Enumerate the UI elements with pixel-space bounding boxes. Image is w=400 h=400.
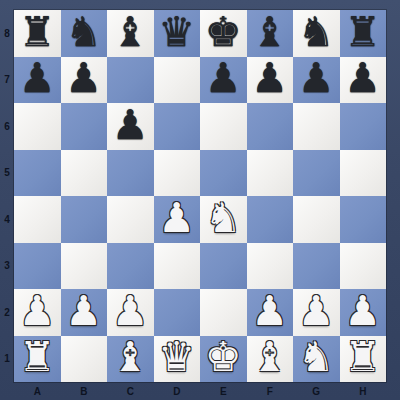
square-c5[interactable] bbox=[107, 150, 154, 197]
square-h7[interactable]: ♟ bbox=[340, 57, 387, 104]
square-g3[interactable] bbox=[293, 243, 340, 290]
rank-label-7: 7 bbox=[0, 57, 14, 104]
square-f2[interactable]: ♟ bbox=[247, 289, 294, 336]
piece-white-pawn[interactable]: ♟ bbox=[112, 291, 149, 332]
piece-black-bishop[interactable]: ♝ bbox=[251, 12, 288, 53]
square-f4[interactable] bbox=[247, 196, 294, 243]
piece-white-pawn[interactable]: ♟ bbox=[65, 291, 102, 332]
square-e4[interactable]: ♞ bbox=[200, 196, 247, 243]
square-h2[interactable]: ♟ bbox=[340, 289, 387, 336]
square-a8[interactable]: ♜ bbox=[14, 10, 61, 57]
piece-white-pawn[interactable]: ♟ bbox=[344, 291, 381, 332]
file-coordinates: ABCDEFGH bbox=[14, 383, 386, 399]
square-b4[interactable] bbox=[61, 196, 108, 243]
square-a3[interactable] bbox=[14, 243, 61, 290]
piece-black-pawn[interactable]: ♟ bbox=[19, 58, 56, 99]
square-a7[interactable]: ♟ bbox=[14, 57, 61, 104]
square-g6[interactable] bbox=[293, 103, 340, 150]
rank-label-6: 6 bbox=[0, 103, 14, 150]
piece-black-pawn[interactable]: ♟ bbox=[298, 58, 335, 99]
square-b8[interactable]: ♞ bbox=[61, 10, 108, 57]
square-b2[interactable]: ♟ bbox=[61, 289, 108, 336]
file-label-d: D bbox=[154, 383, 201, 399]
square-g2[interactable]: ♟ bbox=[293, 289, 340, 336]
piece-black-pawn[interactable]: ♟ bbox=[65, 58, 102, 99]
square-c6[interactable]: ♟ bbox=[107, 103, 154, 150]
square-f8[interactable]: ♝ bbox=[247, 10, 294, 57]
rank-coordinates: 87654321 bbox=[0, 10, 14, 382]
square-b5[interactable] bbox=[61, 150, 108, 197]
square-d5[interactable] bbox=[154, 150, 201, 197]
rank-label-2: 2 bbox=[0, 289, 14, 336]
square-d1[interactable]: ♛ bbox=[154, 336, 201, 383]
square-c7[interactable] bbox=[107, 57, 154, 104]
piece-black-rook[interactable]: ♜ bbox=[344, 12, 381, 53]
square-d6[interactable] bbox=[154, 103, 201, 150]
square-c4[interactable] bbox=[107, 196, 154, 243]
piece-black-bishop[interactable]: ♝ bbox=[112, 12, 149, 53]
square-e5[interactable] bbox=[200, 150, 247, 197]
piece-white-queen[interactable]: ♛ bbox=[158, 337, 195, 378]
square-h6[interactable] bbox=[340, 103, 387, 150]
square-f5[interactable] bbox=[247, 150, 294, 197]
square-c3[interactable] bbox=[107, 243, 154, 290]
square-d7[interactable] bbox=[154, 57, 201, 104]
file-label-h: H bbox=[340, 383, 387, 399]
square-c1[interactable]: ♝ bbox=[107, 336, 154, 383]
square-d2[interactable] bbox=[154, 289, 201, 336]
piece-white-knight[interactable]: ♞ bbox=[298, 337, 335, 378]
square-a5[interactable] bbox=[14, 150, 61, 197]
piece-black-knight[interactable]: ♞ bbox=[65, 12, 102, 53]
file-label-g: G bbox=[293, 383, 340, 399]
square-f1[interactable]: ♝ bbox=[247, 336, 294, 383]
piece-white-rook[interactable]: ♜ bbox=[19, 337, 56, 378]
square-e8[interactable]: ♚ bbox=[200, 10, 247, 57]
square-h1[interactable]: ♜ bbox=[340, 336, 387, 383]
square-g5[interactable] bbox=[293, 150, 340, 197]
piece-white-rook[interactable]: ♜ bbox=[344, 337, 381, 378]
square-c2[interactable]: ♟ bbox=[107, 289, 154, 336]
chess-board: ♜♞♝♛♚♝♞♜♟♟♟♟♟♟♟♟♞♟♟♟♟♟♟♜♝♛♚♝♞♜ bbox=[14, 10, 386, 382]
piece-black-pawn[interactable]: ♟ bbox=[205, 58, 242, 99]
rank-label-1: 1 bbox=[0, 336, 14, 383]
piece-white-pawn[interactable]: ♟ bbox=[19, 291, 56, 332]
piece-white-king[interactable]: ♚ bbox=[205, 337, 242, 378]
square-g7[interactable]: ♟ bbox=[293, 57, 340, 104]
piece-black-knight[interactable]: ♞ bbox=[298, 12, 335, 53]
square-a1[interactable]: ♜ bbox=[14, 336, 61, 383]
piece-white-pawn[interactable]: ♟ bbox=[251, 291, 288, 332]
file-label-f: F bbox=[247, 383, 294, 399]
square-d3[interactable] bbox=[154, 243, 201, 290]
square-g8[interactable]: ♞ bbox=[293, 10, 340, 57]
square-e7[interactable]: ♟ bbox=[200, 57, 247, 104]
square-b6[interactable] bbox=[61, 103, 108, 150]
square-e3[interactable] bbox=[200, 243, 247, 290]
square-a6[interactable] bbox=[14, 103, 61, 150]
square-d8[interactable]: ♛ bbox=[154, 10, 201, 57]
square-h8[interactable]: ♜ bbox=[340, 10, 387, 57]
piece-white-knight[interactable]: ♞ bbox=[205, 198, 242, 239]
square-e1[interactable]: ♚ bbox=[200, 336, 247, 383]
square-c8[interactable]: ♝ bbox=[107, 10, 154, 57]
piece-white-pawn[interactable]: ♟ bbox=[158, 198, 195, 239]
piece-white-pawn[interactable]: ♟ bbox=[298, 291, 335, 332]
file-label-c: C bbox=[107, 383, 154, 399]
square-f6[interactable] bbox=[247, 103, 294, 150]
rank-label-3: 3 bbox=[0, 243, 14, 290]
rank-label-5: 5 bbox=[0, 150, 14, 197]
piece-black-pawn[interactable]: ♟ bbox=[251, 58, 288, 99]
square-b1[interactable] bbox=[61, 336, 108, 383]
square-f3[interactable] bbox=[247, 243, 294, 290]
piece-white-bishop[interactable]: ♝ bbox=[251, 337, 288, 378]
square-e2[interactable] bbox=[200, 289, 247, 336]
file-label-b: B bbox=[61, 383, 108, 399]
square-h5[interactable] bbox=[340, 150, 387, 197]
rank-label-8: 8 bbox=[0, 10, 14, 57]
square-h4[interactable] bbox=[340, 196, 387, 243]
rank-label-4: 4 bbox=[0, 196, 14, 243]
piece-white-bishop[interactable]: ♝ bbox=[112, 337, 149, 378]
piece-black-pawn[interactable]: ♟ bbox=[112, 105, 149, 146]
square-g4[interactable] bbox=[293, 196, 340, 243]
square-b7[interactable]: ♟ bbox=[61, 57, 108, 104]
file-label-a: A bbox=[14, 383, 61, 399]
file-label-e: E bbox=[200, 383, 247, 399]
piece-black-rook[interactable]: ♜ bbox=[19, 12, 56, 53]
square-f7[interactable]: ♟ bbox=[247, 57, 294, 104]
square-h3[interactable] bbox=[340, 243, 387, 290]
chess-board-frame: 87654321 ♜♞♝♛♚♝♞♜♟♟♟♟♟♟♟♟♞♟♟♟♟♟♟♜♝♛♚♝♞♜ … bbox=[0, 0, 400, 400]
square-d4[interactable]: ♟ bbox=[154, 196, 201, 243]
piece-black-queen[interactable]: ♛ bbox=[158, 12, 195, 53]
square-b3[interactable] bbox=[61, 243, 108, 290]
square-a4[interactable] bbox=[14, 196, 61, 243]
square-a2[interactable]: ♟ bbox=[14, 289, 61, 336]
piece-black-pawn[interactable]: ♟ bbox=[344, 58, 381, 99]
piece-black-king[interactable]: ♚ bbox=[205, 12, 242, 53]
square-e6[interactable] bbox=[200, 103, 247, 150]
square-g1[interactable]: ♞ bbox=[293, 336, 340, 383]
